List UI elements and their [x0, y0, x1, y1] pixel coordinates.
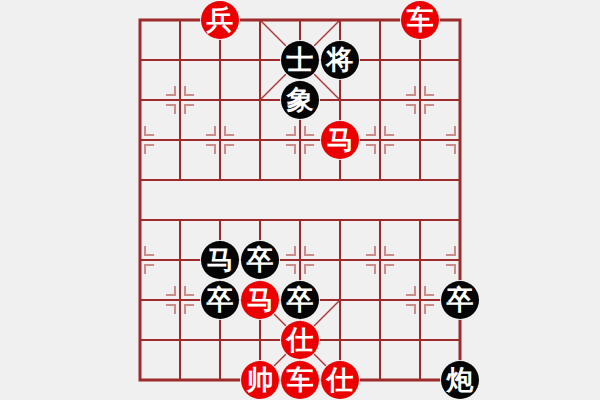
pieces-layer: 兵车士将象马马卒卒马卒卒仕帅车仕炮 — [0, 0, 600, 400]
piece-black-general[interactable]: 将 — [321, 41, 359, 79]
xiangqi-diagram: 兵车士将象马马卒卒马卒卒仕帅车仕炮 — [0, 0, 600, 400]
piece-black-cannon[interactable]: 炮 — [441, 361, 479, 399]
piece-black-horse[interactable]: 马 — [201, 241, 239, 279]
piece-red-soldier[interactable]: 兵 — [201, 1, 239, 39]
piece-red-horse[interactable]: 马 — [321, 121, 359, 159]
piece-red-advisor[interactable]: 仕 — [281, 321, 319, 359]
piece-black-elephant[interactable]: 象 — [281, 81, 319, 119]
piece-red-horse[interactable]: 马 — [241, 281, 279, 319]
piece-black-advisor[interactable]: 士 — [281, 41, 319, 79]
piece-black-soldier[interactable]: 卒 — [441, 281, 479, 319]
piece-red-advisor[interactable]: 仕 — [321, 361, 359, 399]
piece-black-soldier[interactable]: 卒 — [281, 281, 319, 319]
piece-black-soldier[interactable]: 卒 — [201, 281, 239, 319]
piece-red-general[interactable]: 帅 — [241, 361, 279, 399]
piece-red-chariot[interactable]: 车 — [281, 361, 319, 399]
piece-black-soldier[interactable]: 卒 — [241, 241, 279, 279]
piece-red-chariot[interactable]: 车 — [401, 1, 439, 39]
